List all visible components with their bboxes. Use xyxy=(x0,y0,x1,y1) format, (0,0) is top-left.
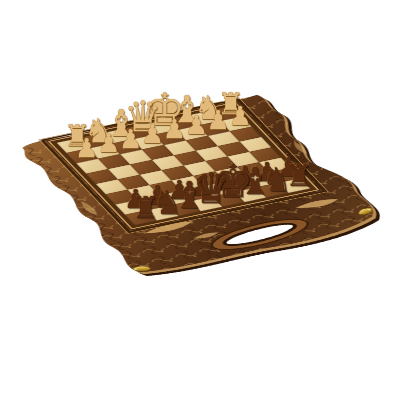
product-photo-scene: ♜♞♝♛♚♝♞♜♟♟♟♟♟♟♟♟♟♟♟♟♟♟♟♟♜♞♝♛♚♝♞♜ xyxy=(0,0,400,400)
chess-case-plane: ♜♞♝♛♚♝♞♜♟♟♟♟♟♟♟♟♟♟♟♟♟♟♟♟♜♞♝♛♚♝♞♜ xyxy=(6,87,396,282)
piece-white-pawn[interactable]: ♟ xyxy=(55,136,119,161)
piece-black-rook[interactable]: ♜ xyxy=(113,194,177,223)
square[interactable]: ♜ xyxy=(125,210,157,225)
